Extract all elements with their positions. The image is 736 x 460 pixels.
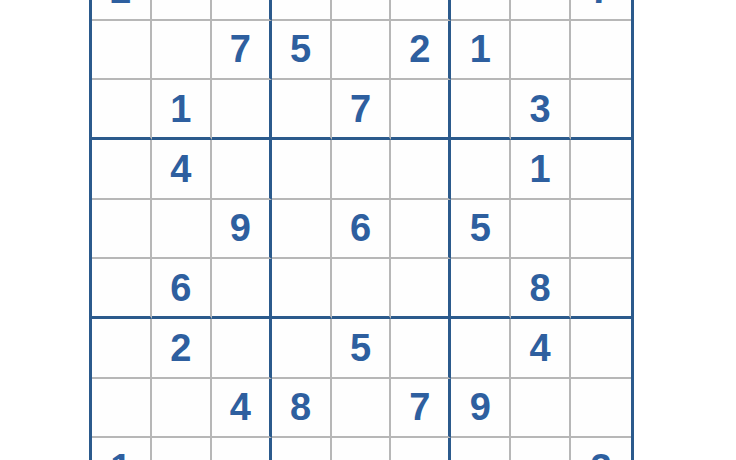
given-digit: 1 xyxy=(110,449,131,460)
sudoku-cell-r9c2[interactable] xyxy=(152,438,212,460)
sudoku-cell-r5c6[interactable] xyxy=(391,200,451,260)
given-digit: 2 xyxy=(110,0,131,9)
sudoku-cell-r1c1[interactable]: 2 xyxy=(92,0,152,21)
given-digit: 2 xyxy=(170,329,191,367)
given-digit: 7 xyxy=(230,30,251,68)
sudoku-cell-r9c6[interactable] xyxy=(391,438,451,460)
given-digit: 1 xyxy=(530,150,551,188)
sudoku-cell-r5c1[interactable] xyxy=(92,200,152,260)
sudoku-cell-r9c5[interactable] xyxy=(332,438,392,460)
sudoku-cell-r7c4[interactable] xyxy=(272,319,332,379)
given-digit: 3 xyxy=(530,90,551,128)
given-digit: 1 xyxy=(170,90,191,128)
sudoku-cell-r4c6[interactable] xyxy=(391,140,451,200)
sudoku-cell-r3c8[interactable]: 3 xyxy=(511,80,571,140)
sudoku-cell-r4c1[interactable] xyxy=(92,140,152,200)
sudoku-cell-r8c7[interactable]: 9 xyxy=(451,379,511,439)
sudoku-cell-r4c4[interactable] xyxy=(272,140,332,200)
sudoku-app-viewport: 2775211734196568254487913 xyxy=(0,0,736,460)
sudoku-cell-r7c6[interactable] xyxy=(391,319,451,379)
given-digit: 7 xyxy=(409,388,430,426)
sudoku-cell-r2c4[interactable]: 5 xyxy=(272,21,332,81)
sudoku-cell-r8c2[interactable] xyxy=(152,379,212,439)
sudoku-cell-r4c2[interactable]: 4 xyxy=(152,140,212,200)
sudoku-cell-r1c2[interactable] xyxy=(152,0,212,21)
sudoku-cell-r3c3[interactable] xyxy=(212,80,272,140)
sudoku-cell-r2c7[interactable]: 1 xyxy=(451,21,511,81)
sudoku-cell-r8c3[interactable]: 4 xyxy=(212,379,272,439)
sudoku-cell-r2c3[interactable]: 7 xyxy=(212,21,272,81)
sudoku-cell-r3c9[interactable] xyxy=(571,80,631,140)
sudoku-cell-r1c8[interactable] xyxy=(511,0,571,21)
sudoku-cell-r8c5[interactable] xyxy=(332,379,392,439)
sudoku-cell-r7c2[interactable]: 2 xyxy=(152,319,212,379)
sudoku-cell-r5c5[interactable]: 6 xyxy=(332,200,392,260)
sudoku-board: 2775211734196568254487913 xyxy=(89,0,634,460)
sudoku-cell-r7c9[interactable] xyxy=(571,319,631,379)
sudoku-cell-r3c6[interactable] xyxy=(391,80,451,140)
sudoku-cell-r8c8[interactable] xyxy=(511,379,571,439)
sudoku-cell-r1c4[interactable] xyxy=(272,0,332,21)
sudoku-cell-r2c9[interactable] xyxy=(571,21,631,81)
sudoku-cell-r7c5[interactable]: 5 xyxy=(332,319,392,379)
sudoku-cell-r1c9[interactable]: 7 xyxy=(571,0,631,21)
sudoku-cell-r6c5[interactable] xyxy=(332,259,392,319)
given-digit: 6 xyxy=(350,209,371,247)
sudoku-cell-r7c8[interactable]: 4 xyxy=(511,319,571,379)
sudoku-cell-r2c1[interactable] xyxy=(92,21,152,81)
sudoku-cell-r1c3[interactable] xyxy=(212,0,272,21)
given-digit: 8 xyxy=(530,269,551,307)
sudoku-cell-r5c4[interactable] xyxy=(272,200,332,260)
sudoku-cell-r2c5[interactable] xyxy=(332,21,392,81)
sudoku-cell-r4c3[interactable] xyxy=(212,140,272,200)
sudoku-cell-r9c9[interactable]: 3 xyxy=(571,438,631,460)
given-digit: 3 xyxy=(590,449,611,460)
sudoku-cell-r4c8[interactable]: 1 xyxy=(511,140,571,200)
sudoku-cell-r5c2[interactable] xyxy=(152,200,212,260)
sudoku-cell-r3c4[interactable] xyxy=(272,80,332,140)
sudoku-cell-r3c2[interactable]: 1 xyxy=(152,80,212,140)
sudoku-cell-r3c5[interactable]: 7 xyxy=(332,80,392,140)
sudoku-cell-r8c4[interactable]: 8 xyxy=(272,379,332,439)
given-digit: 4 xyxy=(230,388,251,426)
sudoku-cell-r6c2[interactable]: 6 xyxy=(152,259,212,319)
sudoku-cell-r6c1[interactable] xyxy=(92,259,152,319)
sudoku-cell-r5c3[interactable]: 9 xyxy=(212,200,272,260)
sudoku-cell-r2c2[interactable] xyxy=(152,21,212,81)
sudoku-cell-r6c7[interactable] xyxy=(451,259,511,319)
sudoku-cell-r5c8[interactable] xyxy=(511,200,571,260)
sudoku-cell-r1c6[interactable] xyxy=(391,0,451,21)
sudoku-cell-r8c9[interactable] xyxy=(571,379,631,439)
sudoku-cell-r8c1[interactable] xyxy=(92,379,152,439)
sudoku-cell-r6c3[interactable] xyxy=(212,259,272,319)
sudoku-cell-r4c7[interactable] xyxy=(451,140,511,200)
sudoku-cell-r9c1[interactable]: 1 xyxy=(92,438,152,460)
sudoku-cell-r5c7[interactable]: 5 xyxy=(451,200,511,260)
sudoku-cell-r5c9[interactable] xyxy=(571,200,631,260)
given-digit: 5 xyxy=(290,30,311,68)
given-digit: 4 xyxy=(530,329,551,367)
sudoku-cell-r9c4[interactable] xyxy=(272,438,332,460)
sudoku-cell-r9c8[interactable] xyxy=(511,438,571,460)
given-digit: 2 xyxy=(409,30,430,68)
given-digit: 5 xyxy=(470,209,491,247)
given-digit: 6 xyxy=(170,269,191,307)
given-digit: 7 xyxy=(350,90,371,128)
sudoku-cell-r4c9[interactable] xyxy=(571,140,631,200)
sudoku-cell-r8c6[interactable]: 7 xyxy=(391,379,451,439)
sudoku-cell-r3c1[interactable] xyxy=(92,80,152,140)
given-digit: 1 xyxy=(470,30,491,68)
sudoku-cell-r6c8[interactable]: 8 xyxy=(511,259,571,319)
given-digit: 8 xyxy=(290,388,311,426)
sudoku-cell-r1c5[interactable] xyxy=(332,0,392,21)
sudoku-cell-r7c1[interactable] xyxy=(92,319,152,379)
sudoku-cell-r3c7[interactable] xyxy=(451,80,511,140)
sudoku-cell-r9c3[interactable] xyxy=(212,438,272,460)
sudoku-cell-r7c7[interactable] xyxy=(451,319,511,379)
given-digit: 7 xyxy=(590,0,611,9)
sudoku-cell-r6c4[interactable] xyxy=(272,259,332,319)
sudoku-cell-r6c6[interactable] xyxy=(391,259,451,319)
sudoku-cell-r1c7[interactable] xyxy=(451,0,511,21)
sudoku-cell-r2c8[interactable] xyxy=(511,21,571,81)
given-digit: 4 xyxy=(170,150,191,188)
sudoku-cell-r7c3[interactable] xyxy=(212,319,272,379)
given-digit: 9 xyxy=(230,209,251,247)
given-digit: 9 xyxy=(470,388,491,426)
sudoku-cell-r6c9[interactable] xyxy=(571,259,631,319)
sudoku-cell-r9c7[interactable] xyxy=(451,438,511,460)
sudoku-cell-r4c5[interactable] xyxy=(332,140,392,200)
given-digit: 5 xyxy=(350,329,371,367)
sudoku-cell-r2c6[interactable]: 2 xyxy=(391,21,451,81)
